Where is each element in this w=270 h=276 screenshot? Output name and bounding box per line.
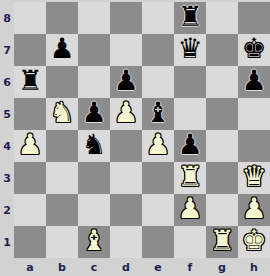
square-a4[interactable]: ♟ [14,130,46,162]
file-label-e: e [142,258,174,276]
square-c5[interactable]: ♟ [78,98,110,130]
square-b4[interactable] [46,130,78,162]
square-b3[interactable] [46,162,78,194]
rank-label-6: 6 [0,66,14,98]
square-d3[interactable] [110,162,142,194]
piece-white-pawn: ♟ [241,195,266,223]
piece-white-rook: ♜ [209,227,234,255]
piece-black-pawn: ♟ [241,67,266,95]
square-e3[interactable] [142,162,174,194]
square-h5[interactable] [238,98,270,130]
square-e6[interactable] [142,66,174,98]
file-label-d: d [110,258,142,276]
piece-white-knight: ♞ [49,99,74,127]
piece-black-bishop: ♝ [145,99,170,127]
square-h1[interactable]: ♚ [238,226,270,258]
square-b6[interactable] [46,66,78,98]
square-g8[interactable] [206,2,238,34]
square-h3[interactable]: ♛ [238,162,270,194]
piece-black-pawn: ♟ [113,67,138,95]
square-e7[interactable] [142,34,174,66]
chess-board: ♜♟♛♚♜♟♟♞♟♟♝♟♞♟♟♜♛♟♟♝♜♚ [14,2,270,258]
file-label-h: h [238,258,270,276]
square-f4[interactable]: ♟ [174,130,206,162]
rank-labels: 87654321 [0,2,14,258]
piece-black-rook: ♜ [177,3,202,31]
square-a3[interactable] [14,162,46,194]
rank-label-1: 1 [0,226,14,258]
square-d7[interactable] [110,34,142,66]
square-h2[interactable]: ♟ [238,194,270,226]
piece-black-rook: ♜ [17,67,42,95]
square-h6[interactable]: ♟ [238,66,270,98]
square-e2[interactable] [142,194,174,226]
file-label-g: g [206,258,238,276]
chess-diagram: 87654321 ♜♟♛♚♜♟♟♞♟♟♝♟♞♟♟♜♛♟♟♝♜♚ abcdefgh [0,0,270,276]
file-label-a: a [14,258,46,276]
square-b8[interactable] [46,2,78,34]
square-f5[interactable] [174,98,206,130]
square-g2[interactable] [206,194,238,226]
piece-black-pawn: ♟ [49,35,74,63]
square-a5[interactable] [14,98,46,130]
piece-black-knight: ♞ [81,131,106,159]
piece-white-queen: ♛ [241,163,266,191]
piece-black-queen: ♛ [177,35,202,63]
square-d6[interactable]: ♟ [110,66,142,98]
square-e1[interactable] [142,226,174,258]
square-e8[interactable] [142,2,174,34]
rank-label-4: 4 [0,130,14,162]
piece-white-pawn: ♟ [17,131,42,159]
square-a6[interactable]: ♜ [14,66,46,98]
square-c8[interactable] [78,2,110,34]
rank-label-7: 7 [0,34,14,66]
square-e4[interactable]: ♟ [142,130,174,162]
square-c7[interactable] [78,34,110,66]
square-b1[interactable] [46,226,78,258]
rank-label-8: 8 [0,2,14,34]
square-b7[interactable]: ♟ [46,34,78,66]
piece-white-pawn: ♟ [177,195,202,223]
square-c1[interactable]: ♝ [78,226,110,258]
square-g3[interactable] [206,162,238,194]
piece-white-rook: ♜ [177,163,202,191]
square-h8[interactable] [238,2,270,34]
square-h4[interactable] [238,130,270,162]
square-c2[interactable] [78,194,110,226]
square-d2[interactable] [110,194,142,226]
square-c4[interactable]: ♞ [78,130,110,162]
square-d8[interactable] [110,2,142,34]
square-f1[interactable] [174,226,206,258]
square-a8[interactable] [14,2,46,34]
piece-white-king: ♚ [241,227,266,255]
square-b5[interactable]: ♞ [46,98,78,130]
piece-black-king: ♚ [241,35,266,63]
square-g6[interactable] [206,66,238,98]
square-f2[interactable]: ♟ [174,194,206,226]
piece-black-pawn: ♟ [177,131,202,159]
square-c3[interactable] [78,162,110,194]
square-a2[interactable] [14,194,46,226]
square-f3[interactable]: ♜ [174,162,206,194]
rank-label-3: 3 [0,162,14,194]
square-b2[interactable] [46,194,78,226]
piece-white-pawn: ♟ [113,99,138,127]
file-label-b: b [46,258,78,276]
square-h7[interactable]: ♚ [238,34,270,66]
square-g5[interactable] [206,98,238,130]
rank-label-2: 2 [0,194,14,226]
piece-white-bishop: ♝ [81,227,106,255]
square-d5[interactable]: ♟ [110,98,142,130]
piece-black-pawn: ♟ [81,99,106,127]
square-g4[interactable] [206,130,238,162]
square-g7[interactable] [206,34,238,66]
square-d1[interactable] [110,226,142,258]
square-e5[interactable]: ♝ [142,98,174,130]
square-f7[interactable]: ♛ [174,34,206,66]
file-labels: abcdefgh [14,258,270,276]
square-g1[interactable]: ♜ [206,226,238,258]
file-label-c: c [78,258,110,276]
square-c6[interactable] [78,66,110,98]
rank-label-5: 5 [0,98,14,130]
square-d4[interactable] [110,130,142,162]
square-f6[interactable] [174,66,206,98]
square-a7[interactable] [14,34,46,66]
file-label-f: f [174,258,206,276]
square-a1[interactable] [14,226,46,258]
piece-white-pawn: ♟ [145,131,170,159]
square-f8[interactable]: ♜ [174,2,206,34]
